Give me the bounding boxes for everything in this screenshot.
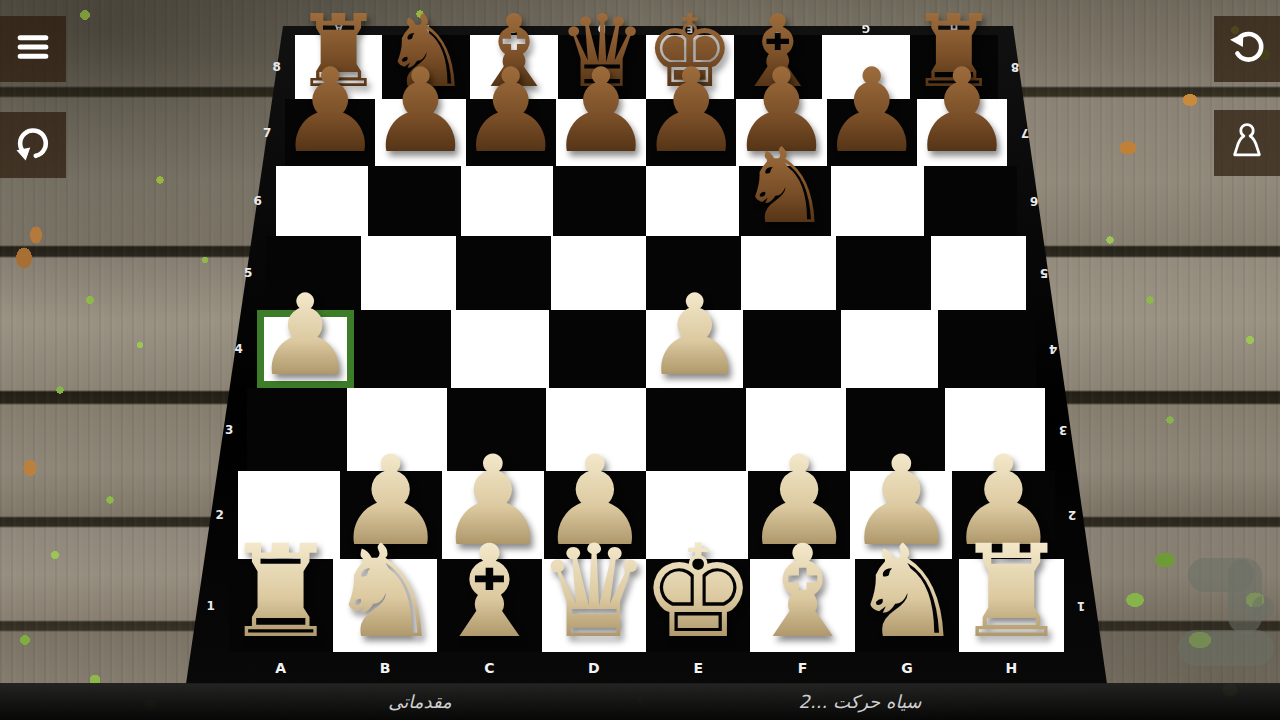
- rank-row-7: ♟♟♟♟♟♟♟♟77: [285, 99, 1007, 166]
- square-g6[interactable]: [831, 166, 924, 236]
- square-e1[interactable]: ♚: [646, 559, 750, 652]
- piece-white-king-e1[interactable]: ♚: [641, 533, 756, 651]
- square-a7[interactable]: ♟: [285, 99, 375, 166]
- square-e3[interactable]: [646, 388, 746, 471]
- rank-label-right-7: 7: [1021, 127, 1029, 139]
- rank-label-left-5: 5: [244, 267, 252, 279]
- rank-label-left-3: 3: [225, 424, 233, 436]
- file-label-g: G: [822, 23, 910, 34]
- menu-button[interactable]: [0, 16, 66, 82]
- square-d1[interactable]: ♛: [542, 559, 646, 652]
- rank-label-right-4: 4: [1049, 343, 1057, 355]
- player-mode-button[interactable]: [1214, 110, 1280, 176]
- rank-label-right-6: 6: [1030, 195, 1038, 207]
- rank-label-right-1: 1: [1077, 600, 1085, 612]
- status-bar: مقدماتی 2... حرکت‎ سیاه: [0, 683, 1280, 720]
- rank-row-1: ♜♞♝♛♚♝♞♜11: [229, 559, 1064, 652]
- rotate-icon: [11, 121, 55, 169]
- rank-label-left-6: 6: [254, 195, 262, 207]
- rank-row-4: ♟♟44: [257, 310, 1036, 388]
- square-a4[interactable]: ♟: [257, 310, 354, 388]
- square-f4[interactable]: [743, 310, 840, 388]
- rank-label-right-3: 3: [1059, 424, 1067, 436]
- square-c5[interactable]: [456, 236, 551, 310]
- rank-row-6: ♞66: [276, 166, 1017, 236]
- piece-white-knight-b1[interactable]: ♞: [328, 533, 443, 651]
- square-g7[interactable]: ♟: [827, 99, 917, 166]
- square-b7[interactable]: ♟: [375, 99, 465, 166]
- square-g5[interactable]: [836, 236, 931, 310]
- square-h4[interactable]: [938, 310, 1035, 388]
- piece-black-pawn-c7[interactable]: ♟: [459, 58, 563, 165]
- square-c1[interactable]: ♝: [437, 559, 541, 652]
- move-indicator: 2... حرکت‎ سیاه: [730, 683, 990, 720]
- piece-black-pawn-a7[interactable]: ♟: [278, 58, 382, 165]
- square-f1[interactable]: ♝: [750, 559, 854, 652]
- square-g1[interactable]: ♞: [855, 559, 959, 652]
- piece-black-pawn-g7[interactable]: ♟: [820, 58, 924, 165]
- rank-label-right-2: 2: [1068, 509, 1076, 521]
- chess-board: ♜♞♝♛♚♝♜88♟♟♟♟♟♟♟♟77♞6655♟♟4433♟♟♟♟♟♟22♜♞…: [0, 0, 1280, 720]
- piece-white-rook-h1[interactable]: ♜: [954, 533, 1069, 651]
- square-a6[interactable]: [276, 166, 369, 236]
- square-d6[interactable]: [553, 166, 646, 236]
- hamburger-icon: [11, 25, 55, 73]
- piece-white-knight-g1[interactable]: ♞: [850, 533, 965, 651]
- square-a1[interactable]: ♜: [229, 559, 333, 652]
- square-h6[interactable]: [924, 166, 1017, 236]
- square-b5[interactable]: [361, 236, 456, 310]
- rotate-board-button[interactable]: [0, 112, 66, 178]
- square-c6[interactable]: [461, 166, 554, 236]
- difficulty-label: مقدماتی: [330, 683, 510, 720]
- square-c7[interactable]: ♟: [466, 99, 556, 166]
- piece-black-pawn-e7[interactable]: ♟: [639, 58, 743, 165]
- square-d4[interactable]: [549, 310, 646, 388]
- square-h1[interactable]: ♜: [959, 559, 1063, 652]
- rank-label-left-4: 4: [235, 343, 243, 355]
- square-d7[interactable]: ♟: [556, 99, 646, 166]
- rank-label-left-7: 7: [263, 127, 271, 139]
- square-f6[interactable]: ♞: [739, 166, 832, 236]
- square-h7[interactable]: ♟: [917, 99, 1007, 166]
- square-e6[interactable]: [646, 166, 739, 236]
- piece-black-pawn-h7[interactable]: ♟: [910, 58, 1014, 165]
- square-e4[interactable]: ♟: [646, 310, 743, 388]
- pawn-icon: [1225, 119, 1269, 167]
- square-d5[interactable]: [551, 236, 646, 310]
- piece-white-queen-d1[interactable]: ♛: [536, 533, 651, 651]
- square-b6[interactable]: [368, 166, 461, 236]
- piece-black-pawn-b7[interactable]: ♟: [368, 58, 472, 165]
- rank-label-left-1: 1: [207, 600, 215, 612]
- undo-arrow-icon: [1225, 25, 1269, 73]
- piece-white-bishop-c1[interactable]: ♝: [432, 533, 547, 651]
- undo-button[interactable]: [1214, 16, 1280, 82]
- square-e7[interactable]: ♟: [646, 99, 736, 166]
- square-h5[interactable]: [931, 236, 1026, 310]
- piece-white-pawn-a4[interactable]: ♟: [255, 284, 355, 387]
- piece-white-pawn-e4[interactable]: ♟: [644, 284, 744, 387]
- square-c4[interactable]: [451, 310, 548, 388]
- square-a3[interactable]: [247, 388, 347, 471]
- piece-white-rook-a1[interactable]: ♜: [223, 533, 338, 651]
- square-b1[interactable]: ♞: [333, 559, 437, 652]
- piece-black-knight-f6[interactable]: ♞: [738, 139, 831, 235]
- square-g4[interactable]: [841, 310, 938, 388]
- piece-white-bishop-f1[interactable]: ♝: [745, 533, 860, 651]
- square-b4[interactable]: [354, 310, 451, 388]
- piece-black-pawn-d7[interactable]: ♟: [549, 58, 653, 165]
- rank-label-right-5: 5: [1040, 267, 1048, 279]
- square-f5[interactable]: [741, 236, 836, 310]
